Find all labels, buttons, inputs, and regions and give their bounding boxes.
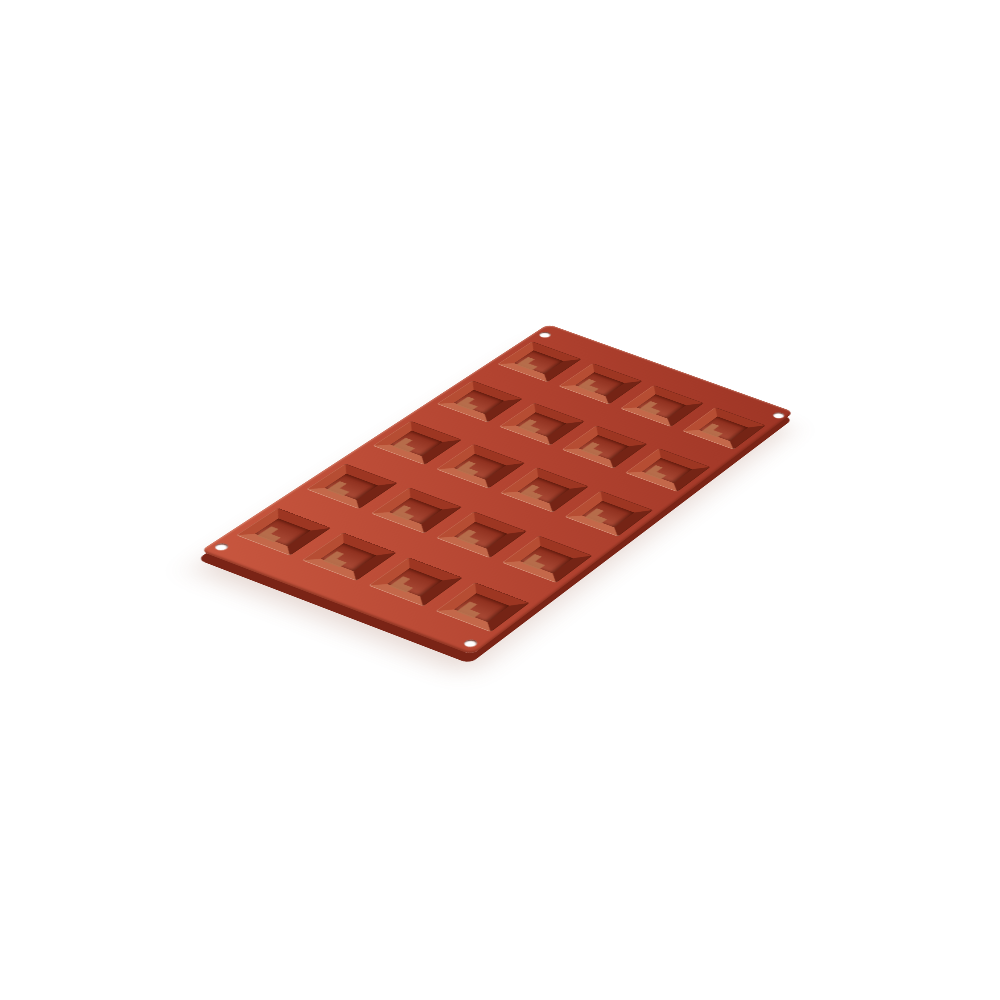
mold-cavity [436, 444, 525, 489]
cavity-floor-highlight [456, 602, 487, 619]
cavity-grid [200, 324, 794, 655]
mold-cavity [499, 403, 585, 446]
silicone-mold-tray [200, 324, 794, 655]
mold-cavity [565, 491, 653, 537]
cavity-floor-highlight [516, 357, 544, 371]
cavity-floor-highlight [392, 438, 421, 453]
cavity-floor-highlight [520, 485, 549, 500]
cavity-floor-highlight [257, 526, 288, 542]
mold-cavity [562, 425, 648, 468]
mold-cavity [435, 582, 529, 632]
mold-cavity [436, 511, 527, 558]
cavity-floor-highlight [456, 529, 486, 545]
mold-cavity [236, 508, 331, 556]
mold-cavity [306, 463, 398, 509]
mold-cavity [498, 341, 582, 382]
cavity-floor-highlight [456, 461, 485, 476]
mold-cavity [502, 536, 593, 584]
mold-cavity [620, 385, 703, 427]
cavity-floor-highlight [391, 505, 421, 520]
mold-cavity [371, 487, 462, 533]
cavity-floor-highlight [581, 442, 609, 456]
cavity-floor-highlight [577, 379, 604, 393]
cavity-floor-highlight [639, 401, 666, 415]
mold-cavity [625, 448, 711, 492]
mold-cavity [559, 363, 643, 404]
mold-cavity [500, 467, 589, 512]
cavity-floor-highlight [644, 465, 672, 480]
cavity-floor-highlight [456, 396, 484, 410]
mold-cavity [437, 380, 523, 422]
mold-cavity [368, 557, 462, 606]
mold-cavity [302, 533, 396, 581]
mold-cavity [683, 407, 766, 449]
product-photo-scene [0, 0, 1000, 1000]
mold-cavity [373, 421, 462, 465]
cavity-floor-highlight [518, 419, 546, 433]
cavity-floor-highlight [522, 554, 552, 570]
cavity-floor-highlight [701, 423, 728, 437]
cavity-floor-highlight [389, 576, 420, 592]
cavity-floor-highlight [584, 508, 613, 523]
cavity-floor-highlight [323, 551, 354, 567]
cavity-floor-highlight [326, 481, 356, 496]
